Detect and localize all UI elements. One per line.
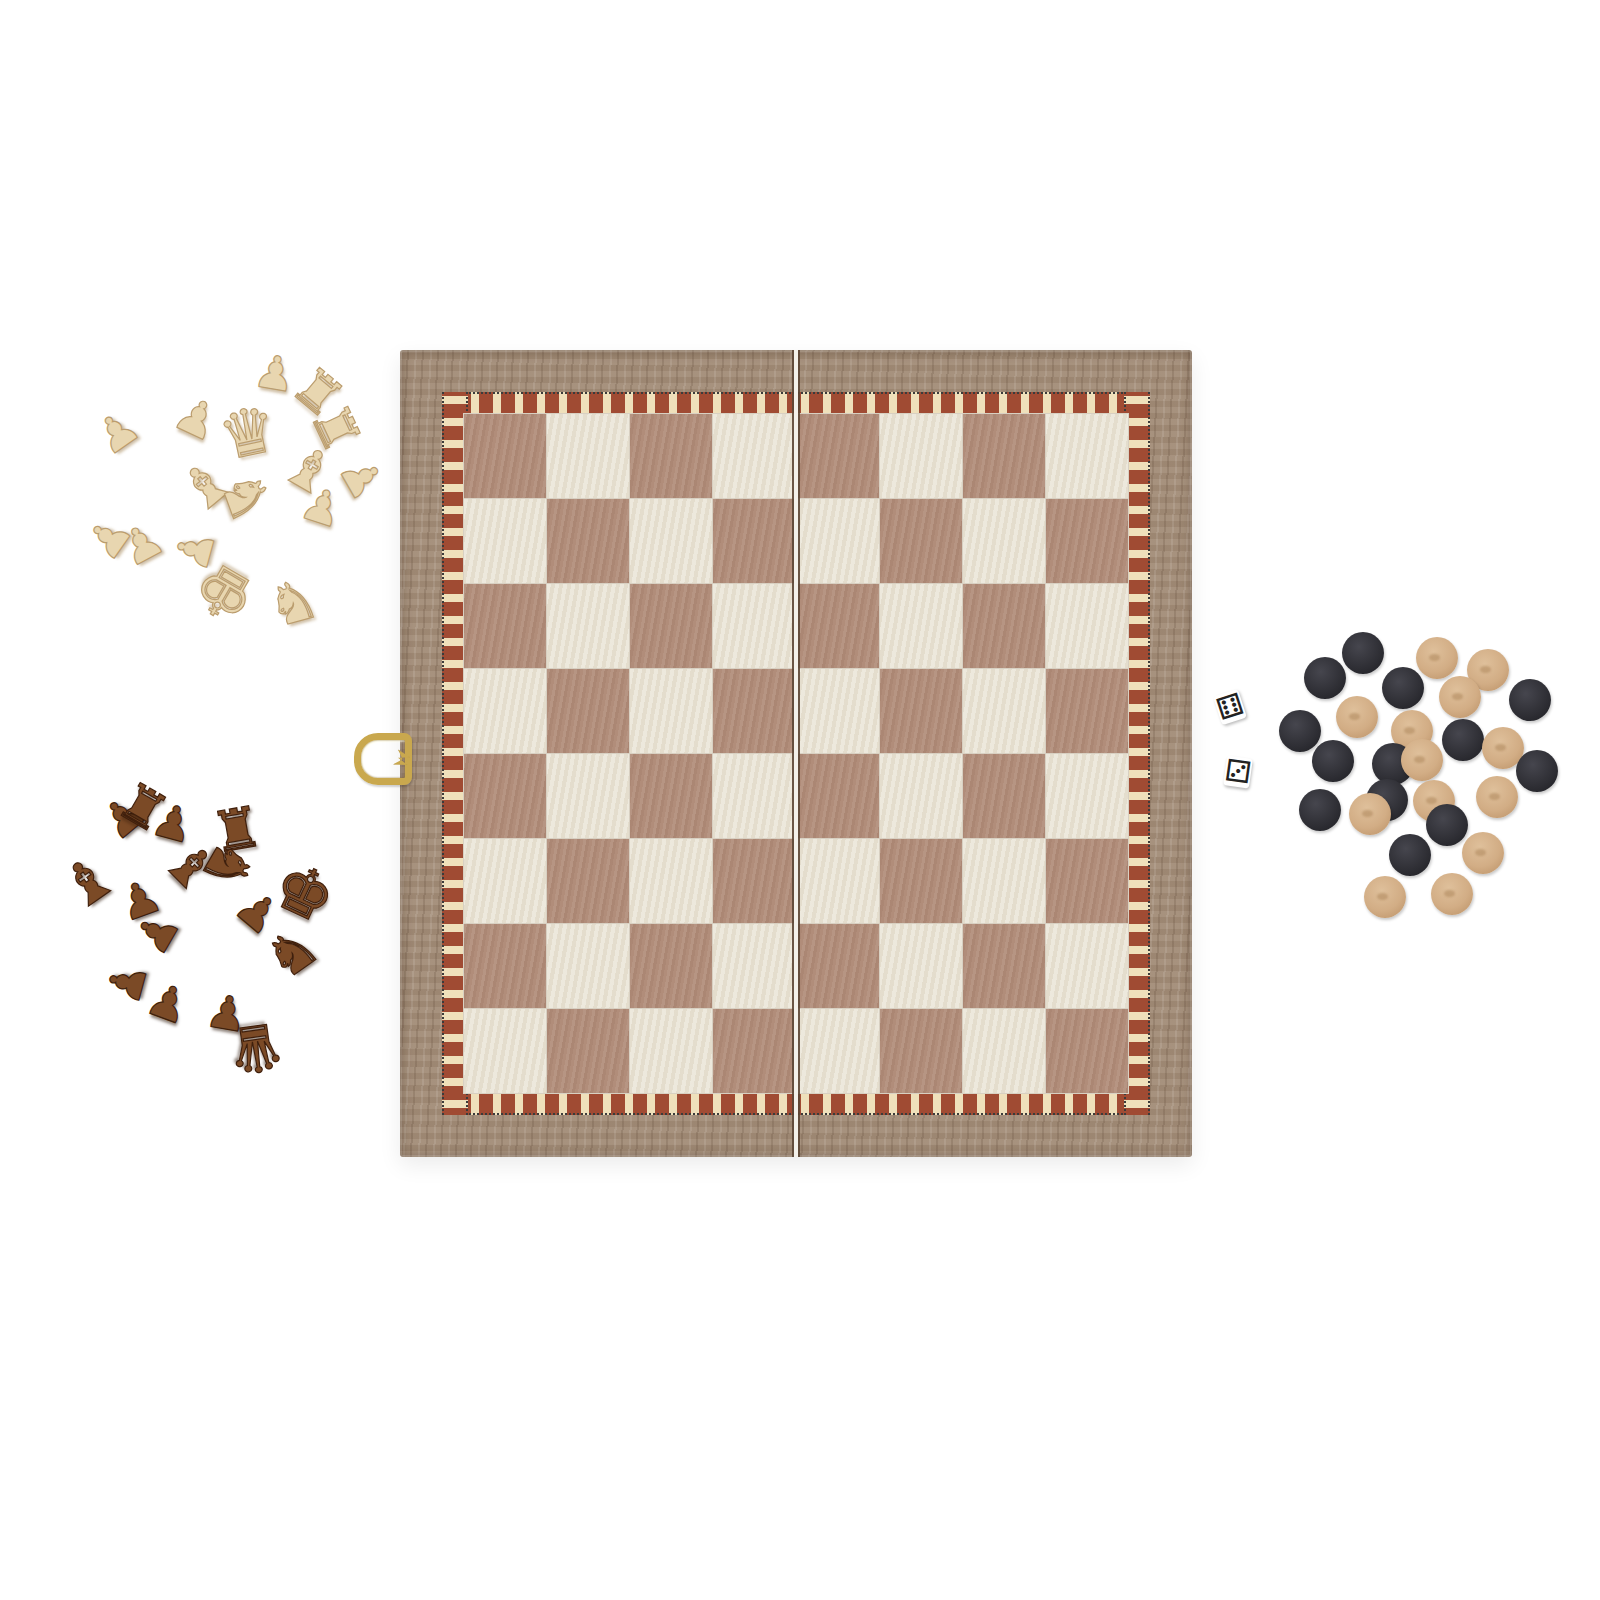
square-g3	[963, 839, 1045, 923]
square-b7	[547, 499, 629, 583]
square-d5	[713, 669, 795, 753]
square-e4	[797, 754, 879, 838]
square-f5	[880, 669, 962, 753]
square-a4	[464, 754, 546, 838]
square-f1	[880, 1009, 962, 1093]
square-c8	[630, 414, 712, 498]
brass-clasp	[354, 733, 412, 785]
square-e8	[797, 414, 879, 498]
square-d8	[713, 414, 795, 498]
tan-checker-disc	[1462, 832, 1504, 874]
square-f6	[880, 584, 962, 668]
tan-checker-disc	[1401, 739, 1443, 781]
square-d2	[713, 924, 795, 1008]
light-wood-piece-n: ♞	[262, 569, 325, 636]
square-b8	[547, 414, 629, 498]
square-d1	[713, 1009, 795, 1093]
square-f3	[880, 839, 962, 923]
tan-checker-disc	[1476, 776, 1518, 818]
square-e3	[797, 839, 879, 923]
square-g7	[963, 499, 1045, 583]
tan-checker-disc	[1416, 637, 1458, 679]
square-h8	[1046, 414, 1128, 498]
square-h5	[1046, 669, 1128, 753]
square-a2	[464, 924, 546, 1008]
tan-checker-disc	[1439, 676, 1481, 718]
square-e1	[797, 1009, 879, 1093]
square-c1	[630, 1009, 712, 1093]
square-a6	[464, 584, 546, 668]
square-e6	[797, 584, 879, 668]
square-b4	[547, 754, 629, 838]
square-h2	[1046, 924, 1128, 1008]
square-a5	[464, 669, 546, 753]
square-e5	[797, 669, 879, 753]
black-checker-disc	[1509, 679, 1551, 721]
square-e2	[797, 924, 879, 1008]
square-a1	[464, 1009, 546, 1093]
black-checker-disc	[1279, 710, 1321, 752]
square-d3	[713, 839, 795, 923]
square-h6	[1046, 584, 1128, 668]
black-checker-disc	[1516, 750, 1558, 792]
light-wood-piece-p: ♟	[87, 401, 147, 462]
square-h3	[1046, 839, 1128, 923]
board-fold-seam	[792, 350, 800, 1157]
clasp-hook-icon	[393, 749, 411, 769]
square-g8	[963, 414, 1045, 498]
tan-checker-disc	[1336, 696, 1378, 738]
square-h4	[1046, 754, 1128, 838]
square-b1	[547, 1009, 629, 1093]
square-d6	[713, 584, 795, 668]
black-checker-disc	[1426, 804, 1468, 846]
square-g5	[963, 669, 1045, 753]
square-d7	[713, 499, 795, 583]
black-checker-disc	[1382, 667, 1424, 709]
square-g6	[963, 584, 1045, 668]
square-h1	[1046, 1009, 1128, 1093]
square-h7	[1046, 499, 1128, 583]
square-a7	[464, 499, 546, 583]
square-f7	[880, 499, 962, 583]
light-wood-piece-q: ♛	[213, 396, 282, 471]
square-b3	[547, 839, 629, 923]
square-f8	[880, 414, 962, 498]
square-b2	[547, 924, 629, 1008]
tan-checker-disc	[1349, 793, 1391, 835]
square-c5	[630, 669, 712, 753]
tan-checker-disc	[1431, 873, 1473, 915]
square-f2	[880, 924, 962, 1008]
black-checker-disc	[1389, 834, 1431, 876]
square-b5	[547, 669, 629, 753]
dark-wood-piece-q: ♛	[223, 1012, 289, 1083]
square-f4	[880, 754, 962, 838]
square-a3	[464, 839, 546, 923]
square-c4	[630, 754, 712, 838]
folding-chessboard	[400, 350, 1192, 1157]
black-checker-disc	[1342, 632, 1384, 674]
square-c3	[630, 839, 712, 923]
black-checker-disc	[1442, 719, 1484, 761]
die-face-3: ⚂	[1223, 755, 1253, 788]
square-c2	[630, 924, 712, 1008]
square-g4	[963, 754, 1045, 838]
square-c6	[630, 584, 712, 668]
product-photo-stage: ♟♟♟♜♜♛♝♞♝♟♟♟♟♟♚♞ ♟♜♟♜♞♝♝♟♚♟♟♞♟♟♟♛ ⚅⚂	[0, 0, 1600, 1600]
square-a8	[464, 414, 546, 498]
square-g2	[963, 924, 1045, 1008]
black-checker-disc	[1312, 740, 1354, 782]
tan-checker-disc	[1364, 876, 1406, 918]
square-c7	[630, 499, 712, 583]
black-checker-disc	[1304, 657, 1346, 699]
square-e7	[797, 499, 879, 583]
die-face-6: ⚅	[1213, 689, 1247, 726]
square-d4	[713, 754, 795, 838]
square-b6	[547, 584, 629, 668]
black-checker-disc	[1299, 789, 1341, 831]
square-g1	[963, 1009, 1045, 1093]
